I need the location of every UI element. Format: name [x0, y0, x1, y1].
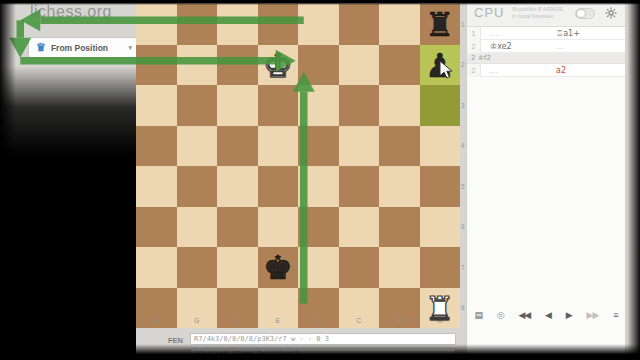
- square-a5[interactable]: [420, 166, 461, 207]
- white-move[interactable]: ♔xe2: [481, 42, 547, 51]
- square-b5[interactable]: [379, 166, 420, 207]
- square-b6[interactable]: [379, 207, 420, 248]
- move-row: 2♔xe2…: [467, 40, 625, 53]
- rank-labels: 12345678: [461, 4, 470, 328]
- black-move[interactable]: a2: [547, 66, 625, 75]
- pgn-input[interactable]: [190, 348, 456, 360]
- white-move[interactable]: …: [481, 29, 547, 38]
- square-b1[interactable]: [379, 4, 420, 45]
- engine-description: Stockfish 8 ASMJS in local browser: [512, 6, 563, 20]
- square-c2[interactable]: [339, 45, 380, 86]
- autoplay-icon[interactable]: ◎: [497, 310, 504, 320]
- mouse-cursor: [439, 60, 454, 80]
- next-move-icon[interactable]: ▶: [566, 310, 572, 320]
- flip-board-icon[interactable]: ▤: [474, 310, 482, 320]
- engine-title: CPU: [474, 5, 504, 20]
- square-b2[interactable]: [379, 45, 420, 86]
- square-c7[interactable]: [339, 247, 380, 288]
- black-move[interactable]: …: [547, 42, 625, 51]
- engine-toggle[interactable]: [575, 8, 595, 19]
- analysis-panel: CPU Stockfish 8 ASMJS in local browser 1…: [466, 0, 626, 360]
- square-a4[interactable]: [420, 126, 461, 167]
- square-c6[interactable]: [339, 207, 380, 248]
- variation-line[interactable]: 2 ♔f2: [467, 53, 625, 64]
- square-c1[interactable]: [339, 4, 380, 45]
- black-rook[interactable]: ♜: [420, 4, 461, 45]
- toggle-knob: [576, 9, 586, 18]
- square-b7[interactable]: [379, 247, 420, 288]
- square-a7[interactable]: [420, 247, 461, 288]
- panel-toolbar: ▤◎◀◀◀▶▶▶≡: [467, 306, 625, 324]
- engine-header: CPU Stockfish 8 ASMJS in local browser: [467, 0, 625, 27]
- white-move[interactable]: …: [481, 66, 547, 75]
- move-row: 2…a2: [467, 64, 625, 77]
- last-move-icon: ▶▶: [587, 310, 599, 320]
- prev-move-icon[interactable]: ◀: [545, 310, 551, 320]
- gear-icon[interactable]: [605, 7, 617, 19]
- square-c3[interactable]: [339, 85, 380, 126]
- white-rook[interactable]: ♜: [420, 288, 461, 329]
- move-row: 1…♖a1+: [467, 27, 625, 40]
- square-b4[interactable]: [379, 126, 420, 167]
- square-a3[interactable]: [420, 85, 461, 126]
- menu-icon[interactable]: ≡: [613, 310, 617, 320]
- square-b3[interactable]: [379, 85, 420, 126]
- analysis-arrows: [0, 0, 324, 324]
- square-a6[interactable]: [420, 207, 461, 248]
- first-move-icon[interactable]: ◀◀: [518, 310, 530, 320]
- fen-input[interactable]: [190, 333, 456, 345]
- square-c4[interactable]: [339, 126, 380, 167]
- square-c5[interactable]: [339, 166, 380, 207]
- move-list: 1…♖a1+2♔xe2…2 ♔f22…a2: [467, 27, 625, 77]
- fen-label: FEN: [168, 336, 183, 345]
- black-move[interactable]: ♖a1+: [547, 29, 625, 38]
